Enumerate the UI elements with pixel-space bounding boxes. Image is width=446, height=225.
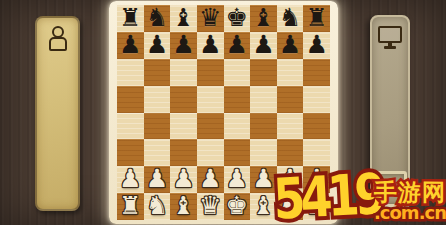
square-g2[interactable]: ♟ bbox=[277, 166, 304, 193]
black-knight: ♞ bbox=[279, 5, 301, 30]
black-pawn: ♟ bbox=[172, 32, 194, 57]
white-bishop: ♝ bbox=[252, 193, 274, 218]
square-b4[interactable] bbox=[144, 113, 171, 140]
white-rook: ♜ bbox=[305, 193, 327, 218]
square-c7[interactable]: ♟ bbox=[170, 32, 197, 59]
white-pawn: ♟ bbox=[146, 166, 168, 191]
square-f2[interactable]: ♟ bbox=[250, 166, 277, 193]
player-panel-computer bbox=[370, 15, 410, 211]
square-a7[interactable]: ♟ bbox=[117, 32, 144, 59]
square-d6[interactable] bbox=[197, 59, 224, 86]
monitor-icon-base bbox=[384, 46, 396, 49]
square-d5[interactable] bbox=[197, 86, 224, 113]
chess-game-screen: ♜♞♝♛♚♝♞♜♟♟♟♟♟♟♟♟♟♟♟♟♟♟♟♟♜♞♝♛♚♝♞♜ 5419 54… bbox=[0, 0, 446, 225]
white-pawn: ♟ bbox=[305, 166, 327, 191]
square-e7[interactable]: ♟ bbox=[224, 32, 251, 59]
black-knight: ♞ bbox=[146, 5, 168, 30]
white-pawn: ♟ bbox=[172, 166, 194, 191]
square-g6[interactable] bbox=[277, 59, 304, 86]
person-icon bbox=[49, 26, 67, 50]
white-rook: ♜ bbox=[119, 193, 141, 218]
white-bishop: ♝ bbox=[172, 193, 194, 218]
square-c4[interactable] bbox=[170, 113, 197, 140]
square-b7[interactable]: ♟ bbox=[144, 32, 171, 59]
square-e3[interactable] bbox=[224, 139, 251, 166]
square-e6[interactable] bbox=[224, 59, 251, 86]
square-c6[interactable] bbox=[170, 59, 197, 86]
white-king: ♚ bbox=[226, 193, 248, 218]
black-pawn: ♟ bbox=[199, 32, 221, 57]
player-panel-human bbox=[35, 16, 80, 211]
square-b5[interactable] bbox=[144, 86, 171, 113]
black-pawn: ♟ bbox=[305, 32, 327, 57]
black-pawn: ♟ bbox=[279, 32, 301, 57]
square-c8[interactable]: ♝ bbox=[170, 5, 197, 32]
black-rook: ♜ bbox=[305, 5, 327, 30]
square-g5[interactable] bbox=[277, 86, 304, 113]
square-e4[interactable] bbox=[224, 113, 251, 140]
white-knight: ♞ bbox=[146, 193, 168, 218]
square-a2[interactable]: ♟ bbox=[117, 166, 144, 193]
square-b1[interactable]: ♞ bbox=[144, 193, 171, 220]
chess-board[interactable]: ♜♞♝♛♚♝♞♜♟♟♟♟♟♟♟♟♟♟♟♟♟♟♟♟♜♞♝♛♚♝♞♜ bbox=[117, 5, 330, 220]
white-pawn: ♟ bbox=[252, 166, 274, 191]
black-bishop: ♝ bbox=[172, 5, 194, 30]
white-pawn: ♟ bbox=[199, 166, 221, 191]
square-h4[interactable] bbox=[303, 113, 330, 140]
white-pawn: ♟ bbox=[119, 166, 141, 191]
monitor-icon bbox=[378, 26, 402, 48]
square-h7[interactable]: ♟ bbox=[303, 32, 330, 59]
black-pawn: ♟ bbox=[226, 32, 248, 57]
square-g3[interactable] bbox=[277, 139, 304, 166]
square-g4[interactable] bbox=[277, 113, 304, 140]
square-h3[interactable] bbox=[303, 139, 330, 166]
chess-board-frame: ♜♞♝♛♚♝♞♜♟♟♟♟♟♟♟♟♟♟♟♟♟♟♟♟♜♞♝♛♚♝♞♜ bbox=[109, 1, 338, 224]
monitor-icon-screen bbox=[378, 26, 402, 43]
square-c1[interactable]: ♝ bbox=[170, 193, 197, 220]
black-rook: ♜ bbox=[119, 5, 141, 30]
square-f3[interactable] bbox=[250, 139, 277, 166]
square-e2[interactable]: ♟ bbox=[224, 166, 251, 193]
square-b8[interactable]: ♞ bbox=[144, 5, 171, 32]
square-a1[interactable]: ♜ bbox=[117, 193, 144, 220]
black-bishop: ♝ bbox=[252, 5, 274, 30]
square-d8[interactable]: ♛ bbox=[197, 5, 224, 32]
square-h5[interactable] bbox=[303, 86, 330, 113]
square-b3[interactable] bbox=[144, 139, 171, 166]
person-icon-body bbox=[49, 37, 67, 51]
square-f5[interactable] bbox=[250, 86, 277, 113]
square-a5[interactable] bbox=[117, 86, 144, 113]
square-a6[interactable] bbox=[117, 59, 144, 86]
square-a8[interactable]: ♜ bbox=[117, 5, 144, 32]
black-pawn: ♟ bbox=[146, 32, 168, 57]
square-d7[interactable]: ♟ bbox=[197, 32, 224, 59]
square-d3[interactable] bbox=[197, 139, 224, 166]
square-e8[interactable]: ♚ bbox=[224, 5, 251, 32]
square-f7[interactable]: ♟ bbox=[250, 32, 277, 59]
square-d4[interactable] bbox=[197, 113, 224, 140]
white-pawn: ♟ bbox=[279, 166, 301, 191]
square-h8[interactable]: ♜ bbox=[303, 5, 330, 32]
square-g8[interactable]: ♞ bbox=[277, 5, 304, 32]
square-a3[interactable] bbox=[117, 139, 144, 166]
square-h2[interactable]: ♟ bbox=[303, 166, 330, 193]
square-d1[interactable]: ♛ bbox=[197, 193, 224, 220]
white-queen: ♛ bbox=[199, 193, 221, 218]
square-e5[interactable] bbox=[224, 86, 251, 113]
white-knight: ♞ bbox=[279, 193, 301, 218]
square-c3[interactable] bbox=[170, 139, 197, 166]
white-pawn: ♟ bbox=[226, 166, 248, 191]
square-h1[interactable]: ♜ bbox=[303, 193, 330, 220]
square-b2[interactable]: ♟ bbox=[144, 166, 171, 193]
square-c5[interactable] bbox=[170, 86, 197, 113]
captured-piece-tray bbox=[373, 171, 407, 207]
square-e1[interactable]: ♚ bbox=[224, 193, 251, 220]
square-f1[interactable]: ♝ bbox=[250, 193, 277, 220]
black-pawn: ♟ bbox=[119, 32, 141, 57]
square-f8[interactable]: ♝ bbox=[250, 5, 277, 32]
square-h6[interactable] bbox=[303, 59, 330, 86]
square-g1[interactable]: ♞ bbox=[277, 193, 304, 220]
square-f6[interactable] bbox=[250, 59, 277, 86]
square-b6[interactable] bbox=[144, 59, 171, 86]
square-a4[interactable] bbox=[117, 113, 144, 140]
black-pawn: ♟ bbox=[252, 32, 274, 57]
black-queen: ♛ bbox=[199, 5, 221, 30]
square-f4[interactable] bbox=[250, 113, 277, 140]
square-c2[interactable]: ♟ bbox=[170, 166, 197, 193]
square-g7[interactable]: ♟ bbox=[277, 32, 304, 59]
black-king: ♚ bbox=[226, 5, 248, 30]
square-d2[interactable]: ♟ bbox=[197, 166, 224, 193]
